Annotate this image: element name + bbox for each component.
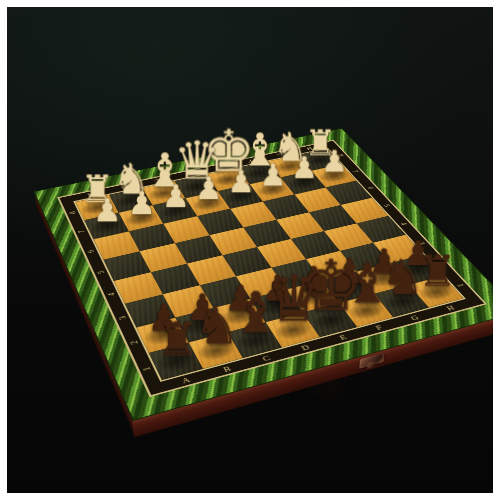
piece-white-pawn-a7: ♟ — [76, 194, 138, 226]
coord-label-6: 6 — [85, 249, 96, 254]
product-photo: ABCDEFGH ABCDEFGH 87654321 87654321 ♜♞♝♛… — [0, 0, 500, 500]
coord-label-4: 4 — [105, 291, 117, 296]
coord-label-5: 5 — [95, 270, 106, 275]
chess-board: ABCDEFGH ABCDEFGH 87654321 87654321 ♜♞♝♛… — [35, 129, 493, 420]
coord-label-7: 7 — [76, 229, 87, 233]
coord-label-4: 4 — [398, 221, 409, 225]
piece-black-rook-a1: ♜ — [139, 316, 213, 362]
tabletop-scene: ABCDEFGH ABCDEFGH 87654321 87654321 ♜♞♝♛… — [7, 7, 493, 493]
coord-label-D: D — [300, 343, 311, 352]
coord-label-3: 3 — [116, 315, 128, 321]
coord-label-6: 6 — [365, 186, 375, 190]
clasp-latch-icon — [359, 353, 384, 369]
coord-label-1: 1 — [140, 365, 153, 371]
perspective-wrapper: ABCDEFGH ABCDEFGH 87654321 87654321 ♜♞♝♛… — [7, 7, 493, 493]
